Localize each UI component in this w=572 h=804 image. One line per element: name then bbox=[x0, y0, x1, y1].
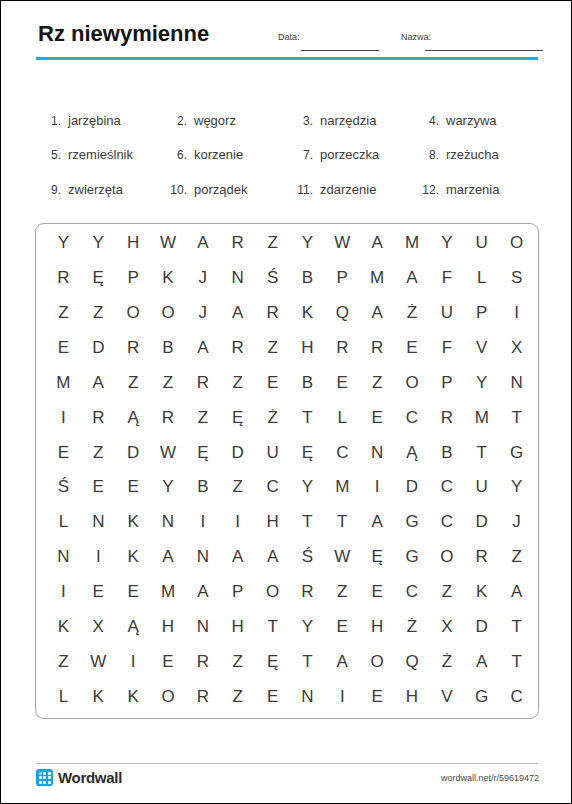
grid-cell[interactable]: K bbox=[151, 261, 186, 296]
grid-cell[interactable]: Z bbox=[220, 365, 255, 400]
wordwall-logo: Wordwall bbox=[36, 769, 122, 786]
word-list-item: 6.korzenie bbox=[157, 147, 283, 162]
word-text: jarzębina bbox=[68, 113, 121, 128]
grid-cell[interactable]: M bbox=[151, 575, 186, 610]
grid-cell[interactable]: Y bbox=[290, 470, 325, 505]
word-text: porządek bbox=[194, 182, 247, 197]
grid-cell[interactable]: N bbox=[46, 540, 81, 575]
grid-cell[interactable]: T bbox=[290, 644, 325, 679]
grid-cell[interactable]: E bbox=[360, 679, 395, 714]
grid-cell[interactable]: O bbox=[429, 540, 464, 575]
grid-cell[interactable]: N bbox=[220, 261, 255, 296]
grid-cell[interactable]: Q bbox=[325, 296, 360, 331]
grid-cell[interactable]: E bbox=[151, 644, 186, 679]
grid-cell[interactable]: D bbox=[464, 609, 499, 644]
grid-cell[interactable]: L bbox=[46, 679, 81, 714]
word-list-item: 8.rzeżucha bbox=[409, 147, 535, 162]
grid-cell[interactable]: W bbox=[81, 644, 116, 679]
grid-cell[interactable]: E bbox=[395, 331, 430, 366]
grid-cell[interactable]: O bbox=[151, 296, 186, 331]
grid-cell[interactable]: E bbox=[255, 365, 290, 400]
grid-cell[interactable]: N bbox=[185, 609, 220, 644]
grid-cell[interactable]: E bbox=[46, 331, 81, 366]
word-list-item: 1.jarzębina bbox=[31, 113, 157, 128]
word-number: 4. bbox=[409, 114, 439, 128]
word-list-item: 12.marzenia bbox=[409, 182, 535, 197]
word-number: 10. bbox=[157, 183, 187, 197]
grid-cell[interactable]: H bbox=[220, 609, 255, 644]
word-number: 5. bbox=[31, 148, 61, 162]
grid-cell[interactable]: I bbox=[499, 296, 534, 331]
grid-cell[interactable]: R bbox=[81, 400, 116, 435]
grid-cell[interactable]: J bbox=[185, 261, 220, 296]
grid-cell[interactable]: G bbox=[395, 540, 430, 575]
grid-cell[interactable]: Y bbox=[81, 226, 116, 261]
grid-cell[interactable]: Z bbox=[429, 575, 464, 610]
wordwall-brand-text: Wordwall bbox=[58, 769, 122, 786]
grid-cell[interactable]: N bbox=[81, 505, 116, 540]
grid-cell[interactable]: P bbox=[464, 296, 499, 331]
date-input-line[interactable] bbox=[301, 50, 379, 51]
word-list-item: 2.węgorz bbox=[157, 113, 283, 128]
grid-cell[interactable]: N bbox=[499, 365, 534, 400]
grid-cell[interactable]: B bbox=[429, 435, 464, 470]
grid-cell[interactable]: A bbox=[220, 540, 255, 575]
grid-cell[interactable]: U bbox=[464, 226, 499, 261]
grid-cell[interactable]: C bbox=[255, 470, 290, 505]
grid-cell[interactable]: C bbox=[395, 575, 430, 610]
grid-cell[interactable]: R bbox=[429, 400, 464, 435]
grid-cell[interactable]: N bbox=[360, 435, 395, 470]
name-input-line[interactable] bbox=[425, 50, 543, 51]
word-number: 1. bbox=[31, 114, 61, 128]
grid-cell[interactable]: Ę bbox=[290, 435, 325, 470]
grid-cell[interactable]: K bbox=[116, 505, 151, 540]
grid-cell[interactable]: Ż bbox=[429, 644, 464, 679]
grid-cell[interactable]: A bbox=[360, 296, 395, 331]
word-text: węgorz bbox=[194, 113, 236, 128]
grid-cell[interactable]: N bbox=[151, 505, 186, 540]
header-divider bbox=[36, 57, 538, 60]
grid-cell[interactable]: R bbox=[360, 331, 395, 366]
grid-cell[interactable]: K bbox=[116, 679, 151, 714]
grid-cell[interactable]: B bbox=[185, 470, 220, 505]
word-text: zdarzenie bbox=[320, 182, 376, 197]
grid-cell[interactable]: O bbox=[499, 226, 534, 261]
grid-cell[interactable]: X bbox=[81, 609, 116, 644]
grid-cell[interactable]: K bbox=[290, 296, 325, 331]
date-label: Data: bbox=[278, 32, 300, 42]
word-list-item: 10.porządek bbox=[157, 182, 283, 197]
grid-cell[interactable]: D bbox=[220, 435, 255, 470]
grid-cell[interactable]: B bbox=[151, 331, 186, 366]
word-number: 9. bbox=[31, 183, 61, 197]
grid-cell[interactable]: T bbox=[325, 505, 360, 540]
grid-cell[interactable]: G bbox=[395, 505, 430, 540]
grid-cell[interactable]: A bbox=[325, 644, 360, 679]
grid-cell[interactable]: A bbox=[81, 365, 116, 400]
grid-cell[interactable]: G bbox=[464, 679, 499, 714]
grid-cell[interactable]: Z bbox=[255, 226, 290, 261]
grid-cell[interactable]: Ś bbox=[46, 470, 81, 505]
grid-cell[interactable]: W bbox=[325, 540, 360, 575]
grid-cell[interactable]: R bbox=[290, 575, 325, 610]
grid-cell[interactable]: Z bbox=[360, 365, 395, 400]
grid-cell[interactable]: B bbox=[290, 365, 325, 400]
grid-cell[interactable]: T bbox=[499, 609, 534, 644]
word-list-item: 11.zdarzenie bbox=[283, 182, 409, 197]
word-number: 7. bbox=[283, 148, 313, 162]
grid-cell[interactable]: P bbox=[220, 575, 255, 610]
word-text: korzenie bbox=[194, 147, 243, 162]
grid-cell[interactable]: R bbox=[325, 331, 360, 366]
worksheet-page: Rz niewymienne Data: Nazwa: 1.jarzębina2… bbox=[0, 0, 572, 804]
grid-cell[interactable]: H bbox=[360, 609, 395, 644]
grid-cell[interactable]: U bbox=[464, 470, 499, 505]
grid-cell[interactable]: M bbox=[360, 261, 395, 296]
grid-cell[interactable]: Z bbox=[116, 365, 151, 400]
grid-cell[interactable]: E bbox=[360, 575, 395, 610]
grid-cell[interactable]: M bbox=[46, 365, 81, 400]
grid-cell[interactable]: C bbox=[395, 400, 430, 435]
grid-cell[interactable]: Z bbox=[220, 644, 255, 679]
word-list: 1.jarzębina2.węgorz3.narzędzia4.warzywa5… bbox=[31, 103, 539, 207]
wordwall-grid-icon bbox=[36, 769, 53, 786]
grid-cell[interactable]: Z bbox=[46, 644, 81, 679]
grid-cell[interactable]: Y bbox=[464, 365, 499, 400]
grid-cell[interactable]: A bbox=[464, 644, 499, 679]
grid-cell[interactable]: E bbox=[116, 470, 151, 505]
grid-cell[interactable]: A bbox=[185, 575, 220, 610]
grid-cell[interactable]: K bbox=[464, 575, 499, 610]
grid-cell[interactable]: D bbox=[464, 505, 499, 540]
grid-cell[interactable]: G bbox=[499, 435, 534, 470]
word-list-item: 4.warzywa bbox=[409, 113, 535, 128]
grid-cell[interactable]: I bbox=[46, 575, 81, 610]
grid-cell[interactable]: Z bbox=[151, 365, 186, 400]
grid-cell[interactable]: R bbox=[464, 540, 499, 575]
grid-cell[interactable]: Ę bbox=[220, 400, 255, 435]
word-text: porzeczka bbox=[320, 147, 379, 162]
grid-cell[interactable]: Ż bbox=[255, 400, 290, 435]
grid-cell[interactable]: Ż bbox=[395, 609, 430, 644]
grid-cell[interactable]: X bbox=[499, 331, 534, 366]
grid-cell[interactable]: A bbox=[360, 226, 395, 261]
grid-cell[interactable]: O bbox=[395, 365, 430, 400]
grid-cell[interactable]: Ą bbox=[116, 400, 151, 435]
grid-cell[interactable]: W bbox=[151, 435, 186, 470]
word-number: 3. bbox=[283, 114, 313, 128]
word-number: 2. bbox=[157, 114, 187, 128]
grid-cell[interactable]: V bbox=[429, 679, 464, 714]
grid-cell[interactable]: R bbox=[185, 679, 220, 714]
grid-cell[interactable]: W bbox=[325, 226, 360, 261]
word-number: 11. bbox=[283, 183, 313, 197]
grid-cell[interactable]: M bbox=[325, 470, 360, 505]
grid-cell[interactable]: R bbox=[185, 365, 220, 400]
grid-cell[interactable]: Y bbox=[429, 226, 464, 261]
grid-cell[interactable]: D bbox=[116, 435, 151, 470]
grid-cell[interactable]: C bbox=[429, 470, 464, 505]
word-text: warzywa bbox=[446, 113, 497, 128]
grid-cell[interactable]: E bbox=[81, 470, 116, 505]
grid-cell[interactable]: S bbox=[499, 261, 534, 296]
grid-cell[interactable]: Ę bbox=[185, 435, 220, 470]
grid-cell[interactable]: H bbox=[151, 609, 186, 644]
grid-cell[interactable]: L bbox=[46, 505, 81, 540]
word-number: 6. bbox=[157, 148, 187, 162]
grid-cell[interactable]: O bbox=[255, 575, 290, 610]
grid-cell[interactable]: Ż bbox=[395, 296, 430, 331]
grid-cell[interactable]: C bbox=[499, 679, 534, 714]
word-list-item: 9.zwierzęta bbox=[31, 182, 157, 197]
grid-cell[interactable]: Q bbox=[395, 644, 430, 679]
grid-cell[interactable]: R bbox=[255, 296, 290, 331]
word-text: narzędzia bbox=[320, 113, 376, 128]
grid-cell[interactable]: K bbox=[81, 679, 116, 714]
grid-cell[interactable]: Z bbox=[46, 296, 81, 331]
grid-cell[interactable]: Ę bbox=[255, 644, 290, 679]
grid-cell[interactable]: L bbox=[464, 261, 499, 296]
word-text: rzeżucha bbox=[446, 147, 499, 162]
grid-cell[interactable]: T bbox=[464, 435, 499, 470]
grid-cell[interactable]: R bbox=[116, 331, 151, 366]
grid-cell[interactable]: L bbox=[325, 400, 360, 435]
grid-cell[interactable]: T bbox=[499, 400, 534, 435]
grid-cell[interactable]: N bbox=[290, 679, 325, 714]
grid-cell[interactable]: H bbox=[290, 331, 325, 366]
grid-cell[interactable]: P bbox=[325, 261, 360, 296]
grid-cell[interactable]: I bbox=[220, 505, 255, 540]
grid-cell[interactable]: Ś bbox=[255, 261, 290, 296]
word-number: 8. bbox=[409, 148, 439, 162]
grid-cell[interactable]: A bbox=[255, 540, 290, 575]
grid-cell[interactable]: T bbox=[255, 609, 290, 644]
grid-cell[interactable]: T bbox=[499, 644, 534, 679]
word-list-item: 3.narzędzia bbox=[283, 113, 409, 128]
grid-cell[interactable]: A bbox=[395, 261, 430, 296]
letter-grid: YYHWARZYWAMYUORĘPKJNŚBPMAFLSZZOOJARKQAŻU… bbox=[36, 224, 538, 718]
grid-cell[interactable]: R bbox=[185, 644, 220, 679]
grid-cell[interactable]: J bbox=[499, 505, 534, 540]
grid-cell[interactable]: E bbox=[116, 575, 151, 610]
word-text: rzemieślnik bbox=[68, 147, 133, 162]
grid-cell[interactable]: Z bbox=[81, 435, 116, 470]
word-list-item: 7.porzeczka bbox=[283, 147, 409, 162]
grid-cell[interactable]: V bbox=[464, 331, 499, 366]
grid-cell[interactable]: X bbox=[429, 609, 464, 644]
grid-cell[interactable]: H bbox=[116, 226, 151, 261]
grid-cell[interactable]: E bbox=[360, 400, 395, 435]
grid-cell[interactable]: E bbox=[325, 609, 360, 644]
grid-cell[interactable]: Z bbox=[220, 679, 255, 714]
grid-cell[interactable]: Ą bbox=[116, 609, 151, 644]
grid-cell[interactable]: A bbox=[151, 540, 186, 575]
grid-cell[interactable]: O bbox=[151, 679, 186, 714]
grid-cell[interactable]: E bbox=[46, 435, 81, 470]
word-text: zwierzęta bbox=[68, 182, 123, 197]
grid-cell[interactable]: B bbox=[290, 261, 325, 296]
grid-cell[interactable]: Z bbox=[81, 296, 116, 331]
grid-cell[interactable]: D bbox=[81, 331, 116, 366]
grid-cell[interactable]: Ś bbox=[290, 540, 325, 575]
grid-cell[interactable]: R bbox=[46, 261, 81, 296]
grid-cell[interactable]: P bbox=[116, 261, 151, 296]
grid-cell[interactable]: Y bbox=[290, 226, 325, 261]
grid-cell[interactable]: F bbox=[429, 261, 464, 296]
grid-cell[interactable]: I bbox=[360, 470, 395, 505]
grid-cell[interactable]: Ę bbox=[360, 540, 395, 575]
grid-cell[interactable]: P bbox=[429, 365, 464, 400]
grid-cell[interactable]: I bbox=[81, 540, 116, 575]
grid-cell[interactable]: U bbox=[255, 435, 290, 470]
worksheet-url: wordwall.net/r/59619472 bbox=[441, 773, 539, 783]
grid-cell[interactable]: H bbox=[255, 505, 290, 540]
grid-cell[interactable]: F bbox=[429, 331, 464, 366]
grid-cell[interactable]: C bbox=[429, 505, 464, 540]
grid-cell[interactable]: Y bbox=[499, 470, 534, 505]
grid-cell[interactable]: A bbox=[220, 296, 255, 331]
grid-cell[interactable]: N bbox=[185, 540, 220, 575]
grid-cell[interactable]: I bbox=[46, 400, 81, 435]
grid-cell[interactable]: Y bbox=[151, 470, 186, 505]
grid-cell[interactable]: A bbox=[185, 226, 220, 261]
grid-cell[interactable]: Z bbox=[185, 400, 220, 435]
word-text: marzenia bbox=[446, 182, 499, 197]
grid-cell[interactable]: Y bbox=[46, 226, 81, 261]
grid-cell[interactable]: U bbox=[429, 296, 464, 331]
grid-cell[interactable]: K bbox=[46, 609, 81, 644]
grid-cell[interactable]: I bbox=[116, 644, 151, 679]
grid-cell[interactable]: R bbox=[220, 331, 255, 366]
grid-cell[interactable]: R bbox=[220, 226, 255, 261]
grid-cell[interactable]: C bbox=[325, 435, 360, 470]
grid-cell[interactable]: K bbox=[116, 540, 151, 575]
grid-cell[interactable]: O bbox=[360, 644, 395, 679]
footer-divider bbox=[36, 763, 538, 764]
grid-cell[interactable]: Ą bbox=[395, 435, 430, 470]
grid-cell[interactable]: Ę bbox=[81, 261, 116, 296]
grid-cell[interactable]: E bbox=[255, 679, 290, 714]
grid-cell[interactable]: E bbox=[81, 575, 116, 610]
grid-cell[interactable]: H bbox=[395, 679, 430, 714]
grid-cell[interactable]: Z bbox=[255, 331, 290, 366]
grid-cell[interactable]: M bbox=[395, 226, 430, 261]
grid-cell[interactable]: M bbox=[464, 400, 499, 435]
grid-cell[interactable]: W bbox=[151, 226, 186, 261]
grid-cell[interactable]: A bbox=[360, 505, 395, 540]
grid-cell[interactable]: J bbox=[185, 296, 220, 331]
letter-grid-frame: YYHWARZYWAMYUORĘPKJNŚBPMAFLSZZOOJARKQAŻU… bbox=[35, 223, 539, 719]
grid-cell[interactable]: A bbox=[499, 575, 534, 610]
word-number: 12. bbox=[409, 183, 439, 197]
grid-cell[interactable]: R bbox=[151, 400, 186, 435]
page-title: Rz niewymienne bbox=[38, 21, 209, 47]
name-label: Nazwa: bbox=[401, 32, 431, 42]
grid-cell[interactable]: Z bbox=[325, 575, 360, 610]
grid-cell[interactable]: Z bbox=[220, 470, 255, 505]
grid-cell[interactable]: Y bbox=[290, 609, 325, 644]
grid-cell[interactable]: O bbox=[116, 296, 151, 331]
grid-cell[interactable]: D bbox=[395, 470, 430, 505]
grid-cell[interactable]: E bbox=[325, 365, 360, 400]
word-list-item: 5.rzemieślnik bbox=[31, 147, 157, 162]
grid-cell[interactable]: T bbox=[290, 505, 325, 540]
grid-cell[interactable]: A bbox=[185, 331, 220, 366]
grid-cell[interactable]: I bbox=[185, 505, 220, 540]
grid-cell[interactable]: I bbox=[325, 679, 360, 714]
grid-cell[interactable]: T bbox=[290, 400, 325, 435]
grid-cell[interactable]: Z bbox=[499, 540, 534, 575]
